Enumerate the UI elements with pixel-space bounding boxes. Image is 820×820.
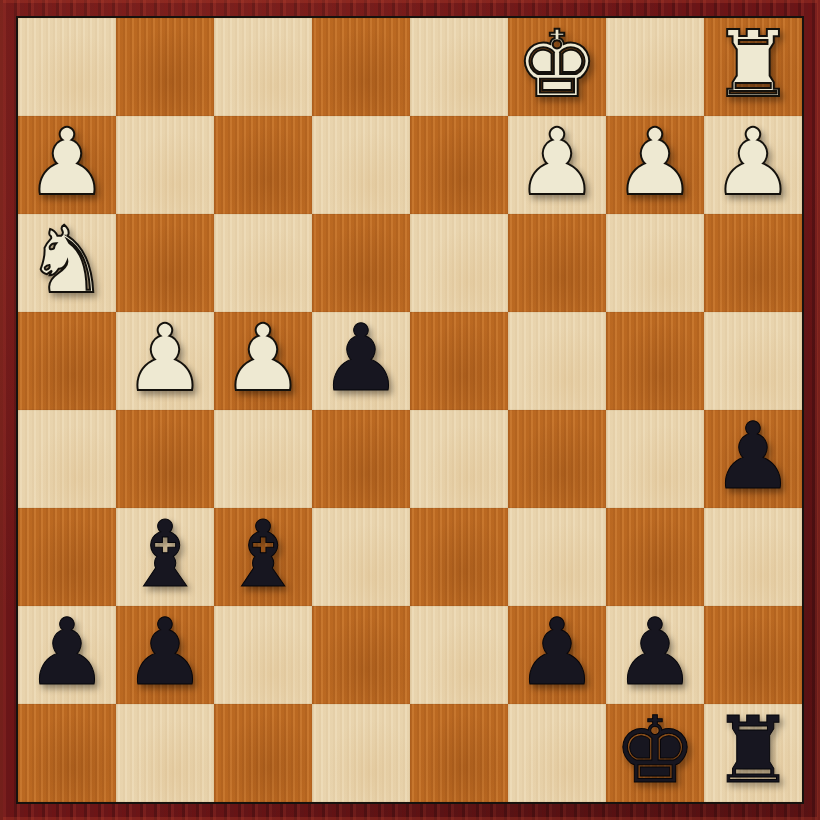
square-c1[interactable]: ♚ xyxy=(508,18,606,116)
square-c5[interactable] xyxy=(508,410,606,508)
square-d4[interactable] xyxy=(410,312,508,410)
square-f1[interactable] xyxy=(214,18,312,116)
square-d7[interactable] xyxy=(410,606,508,704)
square-f8[interactable] xyxy=(214,704,312,802)
board-frame: ♚♜♟♟♟♟♞♟♟♟♟♝♝♟♟♟♟♚♜ xyxy=(0,0,820,820)
white-pawn-piece[interactable]: ♟ xyxy=(26,117,108,209)
white-pawn-piece[interactable]: ♟ xyxy=(614,117,696,209)
square-b1[interactable] xyxy=(606,18,704,116)
square-e1[interactable] xyxy=(312,18,410,116)
square-h7[interactable]: ♟ xyxy=(18,606,116,704)
black-bishop-piece[interactable]: ♝ xyxy=(124,509,206,601)
square-d3[interactable] xyxy=(410,214,508,312)
square-e2[interactable] xyxy=(312,116,410,214)
square-h2[interactable]: ♟ xyxy=(18,116,116,214)
square-b6[interactable] xyxy=(606,508,704,606)
square-a6[interactable] xyxy=(704,508,802,606)
square-a1[interactable]: ♜ xyxy=(704,18,802,116)
white-pawn-piece[interactable]: ♟ xyxy=(124,313,206,405)
black-pawn-piece[interactable]: ♟ xyxy=(516,607,598,699)
square-g2[interactable] xyxy=(116,116,214,214)
square-b7[interactable]: ♟ xyxy=(606,606,704,704)
square-f6[interactable]: ♝ xyxy=(214,508,312,606)
white-pawn-piece[interactable]: ♟ xyxy=(516,117,598,209)
black-bishop-piece[interactable]: ♝ xyxy=(222,509,304,601)
square-c2[interactable]: ♟ xyxy=(508,116,606,214)
square-a2[interactable]: ♟ xyxy=(704,116,802,214)
square-e6[interactable] xyxy=(312,508,410,606)
square-a3[interactable] xyxy=(704,214,802,312)
square-b3[interactable] xyxy=(606,214,704,312)
square-c8[interactable] xyxy=(508,704,606,802)
square-b2[interactable]: ♟ xyxy=(606,116,704,214)
square-f5[interactable] xyxy=(214,410,312,508)
square-g1[interactable] xyxy=(116,18,214,116)
black-pawn-piece[interactable]: ♟ xyxy=(26,607,108,699)
black-pawn-piece[interactable]: ♟ xyxy=(614,607,696,699)
square-a5[interactable]: ♟ xyxy=(704,410,802,508)
square-h8[interactable] xyxy=(18,704,116,802)
white-king-piece[interactable]: ♚ xyxy=(516,19,598,111)
square-c3[interactable] xyxy=(508,214,606,312)
square-g3[interactable] xyxy=(116,214,214,312)
black-pawn-piece[interactable]: ♟ xyxy=(320,313,402,405)
square-d2[interactable] xyxy=(410,116,508,214)
square-g6[interactable]: ♝ xyxy=(116,508,214,606)
square-c6[interactable] xyxy=(508,508,606,606)
square-h3[interactable]: ♞ xyxy=(18,214,116,312)
square-b4[interactable] xyxy=(606,312,704,410)
square-e7[interactable] xyxy=(312,606,410,704)
white-knight-piece[interactable]: ♞ xyxy=(26,215,108,307)
square-d6[interactable] xyxy=(410,508,508,606)
square-d8[interactable] xyxy=(410,704,508,802)
white-pawn-piece[interactable]: ♟ xyxy=(712,117,794,209)
square-e4[interactable]: ♟ xyxy=(312,312,410,410)
square-h6[interactable] xyxy=(18,508,116,606)
square-f3[interactable] xyxy=(214,214,312,312)
square-f7[interactable] xyxy=(214,606,312,704)
square-b5[interactable] xyxy=(606,410,704,508)
square-d5[interactable] xyxy=(410,410,508,508)
white-rook-piece[interactable]: ♜ xyxy=(712,19,794,111)
square-e3[interactable] xyxy=(312,214,410,312)
square-g8[interactable] xyxy=(116,704,214,802)
square-d1[interactable] xyxy=(410,18,508,116)
square-e5[interactable] xyxy=(312,410,410,508)
black-pawn-piece[interactable]: ♟ xyxy=(712,411,794,503)
square-h1[interactable] xyxy=(18,18,116,116)
chess-board: ♚♜♟♟♟♟♞♟♟♟♟♝♝♟♟♟♟♚♜ xyxy=(16,16,804,804)
square-c7[interactable]: ♟ xyxy=(508,606,606,704)
square-h4[interactable] xyxy=(18,312,116,410)
black-pawn-piece[interactable]: ♟ xyxy=(124,607,206,699)
square-f2[interactable] xyxy=(214,116,312,214)
square-a4[interactable] xyxy=(704,312,802,410)
black-king-piece[interactable]: ♚ xyxy=(614,705,696,797)
square-c4[interactable] xyxy=(508,312,606,410)
square-b8[interactable]: ♚ xyxy=(606,704,704,802)
square-e8[interactable] xyxy=(312,704,410,802)
square-g7[interactable]: ♟ xyxy=(116,606,214,704)
white-pawn-piece[interactable]: ♟ xyxy=(222,313,304,405)
square-g4[interactable]: ♟ xyxy=(116,312,214,410)
square-g5[interactable] xyxy=(116,410,214,508)
square-h5[interactable] xyxy=(18,410,116,508)
square-a7[interactable] xyxy=(704,606,802,704)
square-f4[interactable]: ♟ xyxy=(214,312,312,410)
black-rook-piece[interactable]: ♜ xyxy=(712,705,794,797)
square-a8[interactable]: ♜ xyxy=(704,704,802,802)
